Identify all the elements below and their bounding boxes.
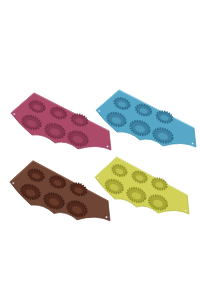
hang-hole <box>98 110 100 112</box>
hang-hole <box>191 142 193 144</box>
hang-hole <box>12 182 14 184</box>
product-photo-svg <box>0 0 200 300</box>
photo-background <box>0 0 200 300</box>
hang-hole <box>185 209 187 211</box>
hang-hole <box>105 216 107 218</box>
product-photo <box>0 0 200 300</box>
hang-hole <box>97 177 99 179</box>
hang-hole <box>13 113 15 115</box>
hang-hole <box>106 145 108 147</box>
